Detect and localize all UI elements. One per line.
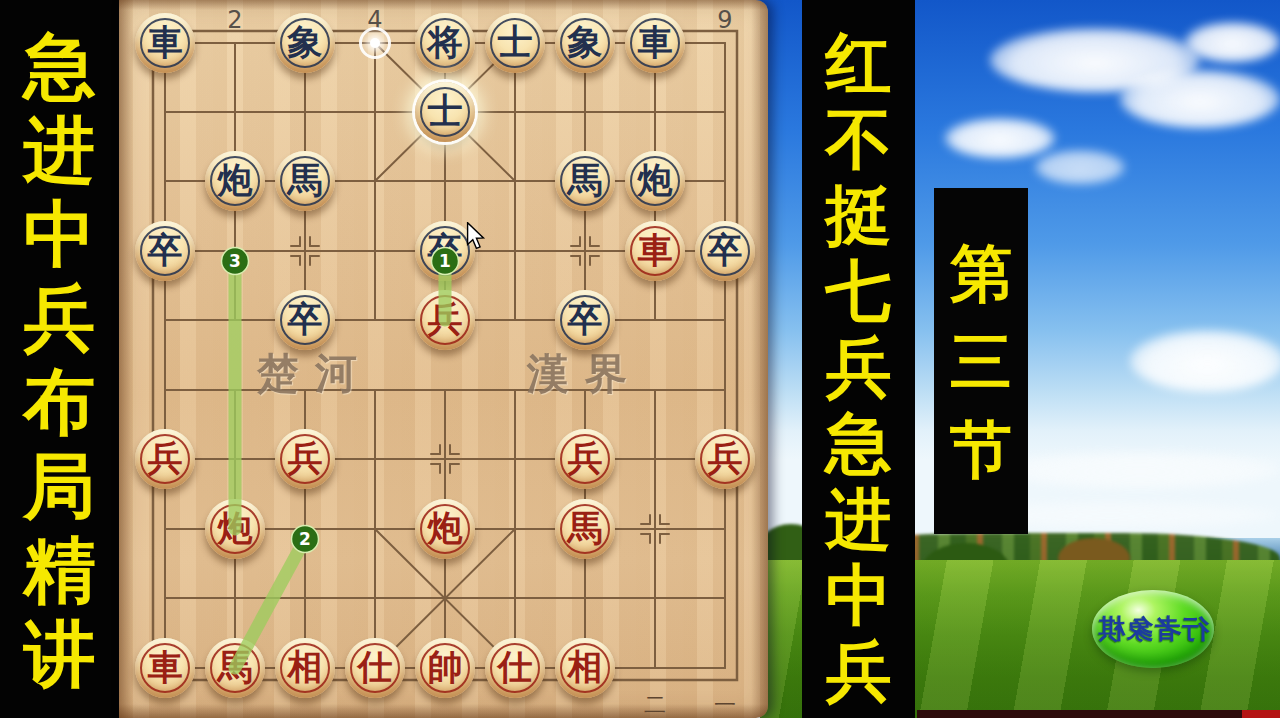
banner-char: 中	[24, 192, 96, 276]
piece-red-仕[interactable]: 仕	[485, 638, 545, 698]
piece-glyph: 卒	[148, 233, 183, 268]
piece-red-炮[interactable]: 炮	[415, 499, 475, 559]
cloud	[1130, 330, 1280, 392]
piece-red-車[interactable]: 車	[625, 221, 685, 281]
piece-black-象[interactable]: 象	[275, 13, 335, 73]
piece-glyph: 車	[148, 25, 183, 60]
piece-glyph: 象	[568, 25, 603, 60]
piece-glyph: 炮	[638, 163, 673, 198]
banner-char: 急	[826, 406, 892, 482]
piece-glyph: 炮	[428, 511, 463, 546]
banner-char: 三	[950, 318, 1012, 406]
cloud	[1185, 22, 1280, 62]
piece-black-士[interactable]: 士	[485, 13, 545, 73]
piece-glyph: 車	[148, 650, 183, 685]
move-origin-ring	[359, 27, 391, 59]
piece-glyph: 兵	[148, 441, 183, 476]
piece-red-相[interactable]: 相	[275, 638, 335, 698]
cloud	[1000, 452, 1280, 488]
piece-glyph: 馬	[568, 163, 603, 198]
piece-red-車[interactable]: 車	[135, 638, 195, 698]
piece-black-士[interactable]: 士	[415, 82, 475, 142]
channel-logo: 行者象棋	[1092, 590, 1214, 668]
piece-black-馬[interactable]: 馬	[555, 151, 615, 211]
piece-glyph: 兵	[288, 441, 323, 476]
video-frame: 行者象棋 急进中兵布局精讲 红不挺七兵急进中兵 第三节 楚河 漢界 249二一 …	[0, 0, 1280, 718]
banner-char: 红	[826, 26, 892, 102]
piece-black-卒[interactable]: 卒	[555, 290, 615, 350]
file-label-top: 9	[717, 6, 732, 34]
piece-black-炮[interactable]: 炮	[625, 151, 685, 211]
piece-red-仕[interactable]: 仕	[345, 638, 405, 698]
banner-char: 中	[826, 558, 892, 634]
file-label-bottom: 二	[644, 690, 666, 718]
piece-red-兵[interactable]: 兵	[135, 429, 195, 489]
piece-black-卒[interactable]: 卒	[695, 221, 755, 281]
banner-char: 七	[826, 254, 892, 330]
channel-logo-text: 行者象棋	[1097, 611, 1209, 647]
cloud	[1120, 70, 1280, 128]
piece-red-帥[interactable]: 帥	[415, 638, 475, 698]
cloud	[945, 118, 1055, 158]
piece-red-兵[interactable]: 兵	[275, 429, 335, 489]
piece-red-相[interactable]: 相	[555, 638, 615, 698]
piece-black-車[interactable]: 車	[135, 13, 195, 73]
piece-glyph: 士	[498, 25, 533, 60]
piece-black-象[interactable]: 象	[555, 13, 615, 73]
piece-red-兵[interactable]: 兵	[415, 290, 475, 350]
bottom-edge-strip-red	[1242, 710, 1280, 718]
left-title-banner: 急进中兵布局精讲	[0, 0, 119, 718]
banner-char: 节	[950, 406, 1012, 494]
piece-red-兵[interactable]: 兵	[695, 429, 755, 489]
piece-glyph: 卒	[428, 233, 463, 268]
piece-glyph: 相	[568, 650, 603, 685]
banner-char: 急	[24, 24, 96, 108]
banner-char: 第	[950, 230, 1012, 318]
river-text-right: 漢界	[527, 346, 643, 402]
banner-char: 兵	[826, 330, 892, 406]
banner-char: 兵	[826, 634, 892, 710]
piece-glyph: 卒	[568, 302, 603, 337]
river-text-left: 楚河	[257, 346, 373, 402]
file-label-bottom: 一	[714, 690, 736, 718]
piece-red-馬[interactable]: 馬	[205, 638, 265, 698]
piece-red-炮[interactable]: 炮	[205, 499, 265, 559]
piece-red-馬[interactable]: 馬	[555, 499, 615, 559]
bottom-edge-strip	[917, 710, 1280, 718]
cloud	[1035, 150, 1125, 184]
banner-char: 不	[826, 102, 892, 178]
section-label: 第三节	[934, 188, 1028, 534]
piece-glyph: 象	[288, 25, 323, 60]
xiangqi-board[interactable]: 楚河 漢界 249二一 車象将士象車士炮馬馬炮卒卒卒卒卒車兵兵兵兵兵炮炮馬車馬相…	[119, 0, 768, 718]
banner-char: 兵	[24, 276, 96, 360]
piece-glyph: 兵	[708, 441, 743, 476]
banner-char: 精	[24, 528, 96, 612]
banner-char: 进	[24, 108, 96, 192]
banner-char: 挺	[826, 178, 892, 254]
piece-glyph: 卒	[288, 302, 323, 337]
banner-char: 布	[24, 360, 96, 444]
piece-black-卒[interactable]: 卒	[275, 290, 335, 350]
piece-glyph: 馬	[288, 163, 323, 198]
piece-glyph: 卒	[708, 233, 743, 268]
right-title-banner: 红不挺七兵急进中兵	[802, 0, 915, 718]
piece-black-卒[interactable]: 卒	[135, 221, 195, 281]
piece-glyph: 馬	[218, 650, 253, 685]
piece-glyph: 帥	[428, 650, 463, 685]
piece-glyph: 兵	[428, 302, 463, 337]
piece-glyph: 車	[638, 25, 673, 60]
piece-glyph: 仕	[358, 650, 393, 685]
piece-glyph: 相	[288, 650, 323, 685]
piece-black-卒[interactable]: 卒	[415, 221, 475, 281]
piece-glyph: 馬	[568, 511, 603, 546]
piece-black-車[interactable]: 車	[625, 13, 685, 73]
file-label-top: 2	[227, 6, 242, 34]
piece-glyph: 炮	[218, 163, 253, 198]
piece-glyph: 将	[428, 25, 463, 60]
banner-char: 局	[24, 444, 96, 528]
piece-glyph: 士	[428, 94, 463, 129]
piece-black-炮[interactable]: 炮	[205, 151, 265, 211]
piece-glyph: 仕	[498, 650, 533, 685]
piece-black-馬[interactable]: 馬	[275, 151, 335, 211]
banner-char: 进	[826, 482, 892, 558]
piece-black-将[interactable]: 将	[415, 13, 475, 73]
piece-glyph: 車	[638, 233, 673, 268]
piece-glyph: 兵	[568, 441, 603, 476]
piece-red-兵[interactable]: 兵	[555, 429, 615, 489]
piece-glyph: 炮	[218, 511, 253, 546]
banner-char: 讲	[24, 612, 96, 696]
